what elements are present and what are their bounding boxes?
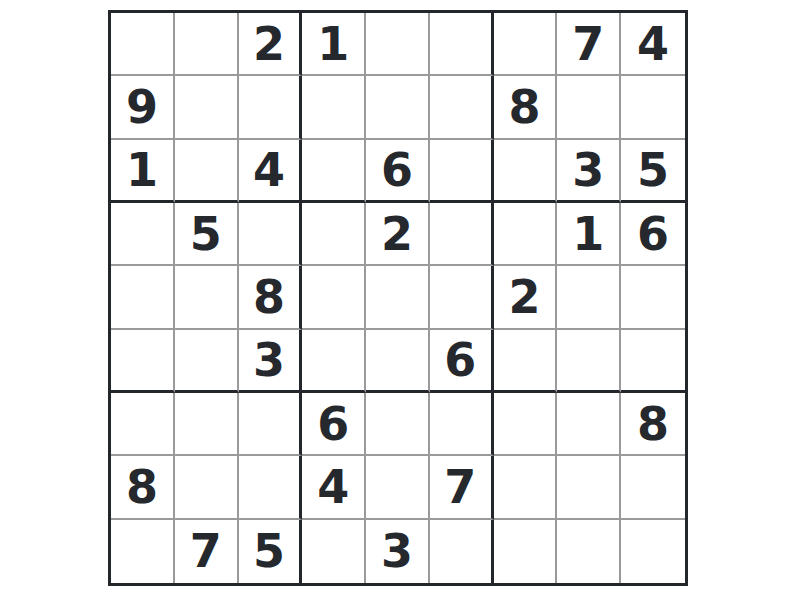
cell-r1c4-given-1: 1 (302, 13, 366, 76)
cell-r8c1-given-8: 8 (111, 456, 175, 519)
cell-r2c2-empty (175, 76, 239, 139)
page: 217498146355216823668847753 (0, 0, 800, 600)
cell-r8c3-empty (239, 456, 303, 519)
cell-r1c1-empty (111, 13, 175, 76)
cell-r3c1-given-1: 1 (111, 140, 175, 203)
cell-r4c8-given-1: 1 (557, 203, 621, 266)
cell-r8c9-empty (621, 456, 685, 519)
cell-r1c7-empty (494, 13, 558, 76)
cell-r5c7-given-2: 2 (494, 266, 558, 329)
cell-r1c3-given-2: 2 (239, 13, 303, 76)
cell-r9c5-given-3: 3 (366, 520, 430, 583)
cell-r9c9-empty (621, 520, 685, 583)
cell-r2c5-empty (366, 76, 430, 139)
cell-r2c4-empty (302, 76, 366, 139)
cell-r4c6-empty (430, 203, 494, 266)
cell-r8c5-empty (366, 456, 430, 519)
cell-r9c4-empty (302, 520, 366, 583)
cell-r2c8-empty (557, 76, 621, 139)
cell-r9c3-given-5: 5 (239, 520, 303, 583)
cell-r4c9-given-6: 6 (621, 203, 685, 266)
cell-r1c6-empty (430, 13, 494, 76)
cell-r5c8-empty (557, 266, 621, 329)
cell-r8c8-empty (557, 456, 621, 519)
cell-r2c9-empty (621, 76, 685, 139)
cell-r5c2-empty (175, 266, 239, 329)
cell-r1c9-given-4: 4 (621, 13, 685, 76)
cell-r5c3-given-8: 8 (239, 266, 303, 329)
cell-r2c1-given-9: 9 (111, 76, 175, 139)
cell-r2c6-empty (430, 76, 494, 139)
cell-r7c1-empty (111, 393, 175, 456)
cell-r6c9-empty (621, 330, 685, 393)
cell-r3c3-given-4: 4 (239, 140, 303, 203)
cell-r1c2-empty (175, 13, 239, 76)
cell-r4c5-given-2: 2 (366, 203, 430, 266)
cell-r4c3-empty (239, 203, 303, 266)
cell-r6c3-given-3: 3 (239, 330, 303, 393)
cell-r4c2-given-5: 5 (175, 203, 239, 266)
cell-r7c8-empty (557, 393, 621, 456)
cell-r4c4-empty (302, 203, 366, 266)
cell-r7c4-given-6: 6 (302, 393, 366, 456)
cell-r3c5-given-6: 6 (366, 140, 430, 203)
cell-r9c1-empty (111, 520, 175, 583)
cell-r3c2-empty (175, 140, 239, 203)
cell-r3c6-empty (430, 140, 494, 203)
cell-r3c4-empty (302, 140, 366, 203)
cell-r4c1-empty (111, 203, 175, 266)
cell-r3c8-given-3: 3 (557, 140, 621, 203)
cell-r1c8-given-7: 7 (557, 13, 621, 76)
cell-r6c7-empty (494, 330, 558, 393)
cell-r9c2-given-7: 7 (175, 520, 239, 583)
cell-r6c5-empty (366, 330, 430, 393)
cell-r1c5-empty (366, 13, 430, 76)
cell-r5c5-empty (366, 266, 430, 329)
cell-r7c2-empty (175, 393, 239, 456)
cell-r4c7-empty (494, 203, 558, 266)
cell-r8c6-given-7: 7 (430, 456, 494, 519)
cell-r9c8-empty (557, 520, 621, 583)
cell-r5c9-empty (621, 266, 685, 329)
cell-r5c1-empty (111, 266, 175, 329)
sudoku-board: 217498146355216823668847753 (108, 10, 688, 586)
cell-r2c3-empty (239, 76, 303, 139)
cell-r7c3-empty (239, 393, 303, 456)
cell-r2c7-given-8: 8 (494, 76, 558, 139)
cell-r3c9-given-5: 5 (621, 140, 685, 203)
cell-r6c4-empty (302, 330, 366, 393)
cell-r7c9-given-8: 8 (621, 393, 685, 456)
cell-r8c4-given-4: 4 (302, 456, 366, 519)
cell-r8c7-empty (494, 456, 558, 519)
cell-r7c5-empty (366, 393, 430, 456)
cell-r9c7-empty (494, 520, 558, 583)
cell-r5c6-empty (430, 266, 494, 329)
cell-r7c7-empty (494, 393, 558, 456)
cell-r5c4-empty (302, 266, 366, 329)
cell-r6c8-empty (557, 330, 621, 393)
cell-r3c7-empty (494, 140, 558, 203)
cell-r6c1-empty (111, 330, 175, 393)
cell-r8c2-empty (175, 456, 239, 519)
cell-r7c6-empty (430, 393, 494, 456)
cell-r6c6-given-6: 6 (430, 330, 494, 393)
cell-r6c2-empty (175, 330, 239, 393)
cell-r9c6-empty (430, 520, 494, 583)
